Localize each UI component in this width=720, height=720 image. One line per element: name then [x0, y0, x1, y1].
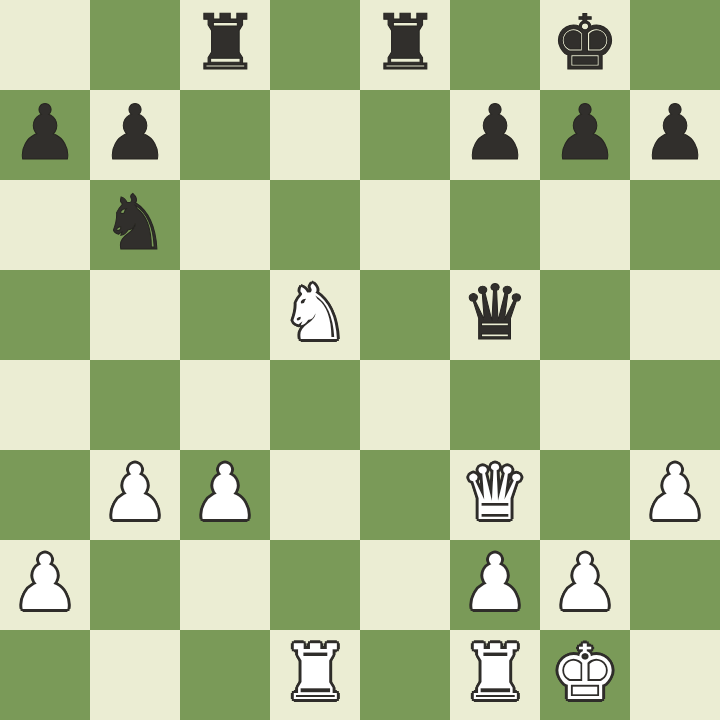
- square-c2[interactable]: [180, 540, 270, 630]
- piece-white-pawn[interactable]: ♟: [11, 538, 79, 628]
- square-h2[interactable]: [630, 540, 720, 630]
- square-g2[interactable]: ♟: [540, 540, 630, 630]
- piece-white-rook[interactable]: ♜: [281, 628, 349, 718]
- square-d4[interactable]: [270, 360, 360, 450]
- square-f7[interactable]: ♟: [450, 90, 540, 180]
- square-f3[interactable]: ♛: [450, 450, 540, 540]
- square-h1[interactable]: [630, 630, 720, 720]
- square-b8[interactable]: [90, 0, 180, 90]
- piece-black-queen[interactable]: ♛: [461, 268, 529, 358]
- square-f4[interactable]: [450, 360, 540, 450]
- square-e5[interactable]: [360, 270, 450, 360]
- square-d6[interactable]: [270, 180, 360, 270]
- square-d8[interactable]: [270, 0, 360, 90]
- square-h3[interactable]: ♟: [630, 450, 720, 540]
- piece-white-pawn[interactable]: ♟: [461, 538, 529, 628]
- square-f2[interactable]: ♟: [450, 540, 540, 630]
- square-b4[interactable]: [90, 360, 180, 450]
- square-c7[interactable]: [180, 90, 270, 180]
- square-f5[interactable]: ♛: [450, 270, 540, 360]
- square-b3[interactable]: ♟: [90, 450, 180, 540]
- square-e8[interactable]: ♜: [360, 0, 450, 90]
- square-b2[interactable]: [90, 540, 180, 630]
- square-e6[interactable]: [360, 180, 450, 270]
- piece-white-pawn[interactable]: ♟: [101, 448, 169, 538]
- square-c6[interactable]: [180, 180, 270, 270]
- square-a5[interactable]: [0, 270, 90, 360]
- square-g8[interactable]: ♚: [540, 0, 630, 90]
- square-g3[interactable]: [540, 450, 630, 540]
- piece-black-pawn[interactable]: ♟: [461, 88, 529, 178]
- piece-black-king[interactable]: ♚: [551, 0, 619, 88]
- square-c1[interactable]: [180, 630, 270, 720]
- square-e7[interactable]: [360, 90, 450, 180]
- square-h6[interactable]: [630, 180, 720, 270]
- square-h7[interactable]: ♟: [630, 90, 720, 180]
- square-e4[interactable]: [360, 360, 450, 450]
- square-e2[interactable]: [360, 540, 450, 630]
- square-g6[interactable]: [540, 180, 630, 270]
- piece-white-rook[interactable]: ♜: [461, 628, 529, 718]
- square-a3[interactable]: [0, 450, 90, 540]
- square-h8[interactable]: [630, 0, 720, 90]
- square-d7[interactable]: [270, 90, 360, 180]
- square-b1[interactable]: [90, 630, 180, 720]
- square-g5[interactable]: [540, 270, 630, 360]
- square-b6[interactable]: ♞: [90, 180, 180, 270]
- square-d3[interactable]: [270, 450, 360, 540]
- square-c3[interactable]: ♟: [180, 450, 270, 540]
- square-f1[interactable]: ♜: [450, 630, 540, 720]
- piece-white-knight[interactable]: ♞: [281, 268, 349, 358]
- square-g7[interactable]: ♟: [540, 90, 630, 180]
- square-a1[interactable]: [0, 630, 90, 720]
- square-b7[interactable]: ♟: [90, 90, 180, 180]
- square-f6[interactable]: [450, 180, 540, 270]
- piece-white-pawn[interactable]: ♟: [641, 448, 709, 538]
- square-g1[interactable]: ♚: [540, 630, 630, 720]
- square-g4[interactable]: [540, 360, 630, 450]
- piece-white-pawn[interactable]: ♟: [551, 538, 619, 628]
- piece-white-pawn[interactable]: ♟: [191, 448, 259, 538]
- piece-white-king[interactable]: ♚: [551, 628, 619, 718]
- chess-board: ♜♜♚♟♟♟♟♟♞♞♛♟♟♛♟♟♟♟♜♜♚: [0, 0, 720, 720]
- piece-black-pawn[interactable]: ♟: [11, 88, 79, 178]
- square-h5[interactable]: [630, 270, 720, 360]
- square-e3[interactable]: [360, 450, 450, 540]
- square-a6[interactable]: [0, 180, 90, 270]
- square-c5[interactable]: [180, 270, 270, 360]
- square-d5[interactable]: ♞: [270, 270, 360, 360]
- square-e1[interactable]: [360, 630, 450, 720]
- piece-black-pawn[interactable]: ♟: [101, 88, 169, 178]
- square-a4[interactable]: [0, 360, 90, 450]
- piece-black-knight[interactable]: ♞: [101, 178, 169, 268]
- square-h4[interactable]: [630, 360, 720, 450]
- square-d2[interactable]: [270, 540, 360, 630]
- square-c8[interactable]: ♜: [180, 0, 270, 90]
- square-a7[interactable]: ♟: [0, 90, 90, 180]
- square-a2[interactable]: ♟: [0, 540, 90, 630]
- square-c4[interactable]: [180, 360, 270, 450]
- piece-black-rook[interactable]: ♜: [371, 0, 439, 88]
- piece-black-pawn[interactable]: ♟: [551, 88, 619, 178]
- piece-black-pawn[interactable]: ♟: [641, 88, 709, 178]
- square-f8[interactable]: [450, 0, 540, 90]
- piece-black-rook[interactable]: ♜: [191, 0, 259, 88]
- square-b5[interactable]: [90, 270, 180, 360]
- square-a8[interactable]: [0, 0, 90, 90]
- square-d1[interactable]: ♜: [270, 630, 360, 720]
- piece-white-queen[interactable]: ♛: [461, 448, 529, 538]
